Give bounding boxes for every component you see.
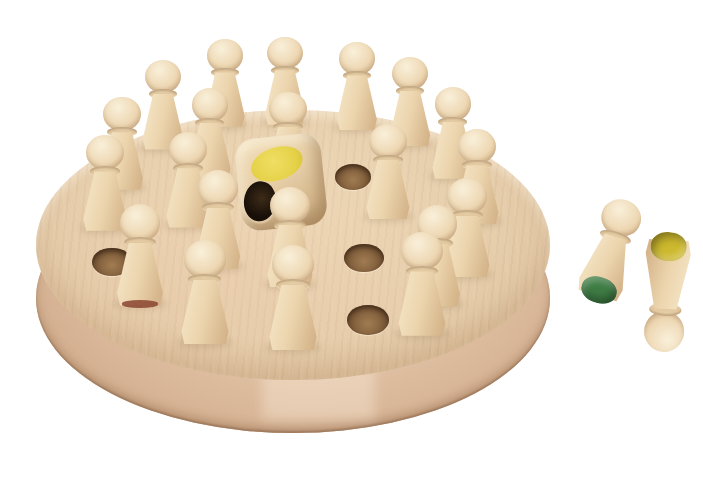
board-hole[interactable]: [347, 305, 388, 335]
peg-body: [336, 75, 378, 130]
peg-body: [116, 243, 165, 306]
memory-peg[interactable]: [180, 240, 230, 345]
loose-peg-yellow[interactable]: [639, 239, 693, 353]
die-yellow-dot: [246, 140, 307, 188]
peg-body: [365, 160, 410, 219]
memory-peg[interactable]: [336, 42, 378, 130]
peg-head: [401, 232, 443, 270]
peg-head: [369, 124, 407, 159]
peg-head: [198, 170, 238, 207]
peg-body: [397, 271, 447, 335]
peg-head: [643, 309, 685, 352]
peg-head: [192, 88, 229, 122]
board-hole[interactable]: [344, 244, 383, 272]
peg-head: [86, 135, 124, 170]
peg-head: [184, 240, 226, 279]
peg-head: [435, 87, 472, 121]
peg-colored-base-hint: [122, 300, 159, 307]
peg-body: [180, 280, 230, 345]
peg-head: [169, 132, 207, 167]
loose-peg-green[interactable]: [574, 193, 649, 303]
peg-head: [270, 187, 310, 224]
peg-head: [272, 245, 314, 284]
peg-head: [207, 39, 242, 72]
scene: [0, 0, 703, 497]
peg-head: [267, 37, 302, 69]
peg-body: [268, 285, 318, 350]
peg-head: [339, 42, 374, 75]
peg-head: [120, 204, 161, 242]
memory-peg[interactable]: [268, 245, 318, 350]
memory-peg[interactable]: [116, 204, 165, 306]
memory-peg[interactable]: [365, 124, 410, 219]
peg-head: [458, 129, 496, 164]
memory-peg[interactable]: [397, 232, 447, 336]
